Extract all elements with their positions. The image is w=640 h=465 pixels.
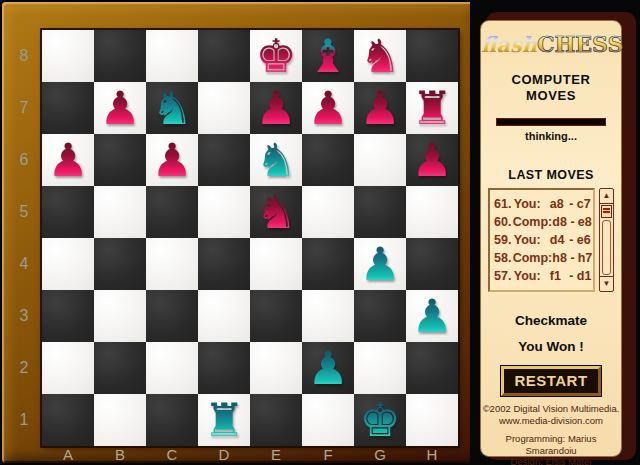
square-a3[interactable] [42, 290, 94, 342]
flashchess-app: 87654321 ♚♝♞♟♞♟♟♟♜♟♟♞♟♞♟♟♟♜♚ ABCDEFGH fl… [0, 0, 640, 465]
sidebar: flashCHESS COMPUTER MOVES thinking... LA… [470, 0, 640, 465]
chess-board-frame: 87654321 ♚♝♞♟♞♟♟♟♜♟♟♞♟♞♟♟♟♜♚ ABCDEFGH [2, 2, 480, 463]
square-c6[interactable]: ♟ [146, 134, 198, 186]
square-g7[interactable]: ♟ [354, 82, 406, 134]
square-f7[interactable]: ♟ [302, 82, 354, 134]
game-result: Checkmate You Won ! [481, 308, 621, 360]
scroll-up-button[interactable]: ▲ [600, 189, 613, 204]
move-cell-mn: 59. [494, 231, 514, 249]
square-e7[interactable]: ♟ [250, 82, 302, 134]
move-cell-ms: Comp: [513, 249, 553, 267]
piece-teal-king[interactable]: ♚ [359, 397, 400, 443]
piece-teal-pawn[interactable]: ♟ [411, 293, 452, 339]
piece-pink-pawn[interactable]: ♟ [47, 137, 88, 183]
file-label-b: B [94, 445, 146, 463]
move-list: 61.You:a8-c760.Comp:d8-e859.You:d4-e658.… [488, 188, 595, 292]
square-c2[interactable] [146, 342, 198, 394]
piece-teal-rook[interactable]: ♜ [203, 397, 244, 443]
piece-pink-knight[interactable]: ♞ [255, 189, 296, 235]
square-f8[interactable]: ♝ [302, 30, 354, 82]
move-cell-mt: h7 [578, 249, 593, 267]
move-cell-mn: 60. [494, 213, 513, 231]
move-cell-mf: f1 [550, 267, 566, 285]
piece-pink-pawn[interactable]: ♟ [99, 85, 140, 131]
square-f4[interactable] [302, 238, 354, 290]
square-e6[interactable]: ♞ [250, 134, 302, 186]
square-h4[interactable] [406, 238, 458, 290]
move-cell-mt: e6 [577, 231, 593, 249]
square-b7[interactable]: ♟ [94, 82, 146, 134]
square-h5[interactable] [406, 186, 458, 238]
rank-label-8: 8 [7, 30, 41, 82]
file-label-g: G [354, 445, 406, 463]
square-f5[interactable] [302, 186, 354, 238]
move-row[interactable]: 59.You:d4-e6 [494, 231, 593, 249]
square-b1[interactable] [94, 394, 146, 446]
square-f2[interactable]: ♟ [302, 342, 354, 394]
square-h8[interactable] [406, 30, 458, 82]
file-labels: ABCDEFGH [42, 445, 458, 463]
square-d2[interactable] [198, 342, 250, 394]
result-you-won: You Won ! [481, 334, 621, 360]
square-g3[interactable] [354, 290, 406, 342]
chess-board: ♚♝♞♟♞♟♟♟♜♟♟♞♟♞♟♟♟♜♚ [42, 30, 458, 446]
square-f6[interactable] [302, 134, 354, 186]
rank-label-3: 3 [7, 290, 41, 342]
programming-credit: Programming: Marius Smarandoiu [481, 433, 621, 456]
scrollbar-thumb[interactable] [601, 205, 612, 218]
move-cell-mt: e8 [578, 213, 593, 231]
rank-label-4: 4 [7, 238, 41, 290]
copyright-line: ©2002 Digital Vision Multimedia. [481, 403, 621, 415]
move-cell-md: - [566, 231, 577, 249]
square-c8[interactable] [146, 30, 198, 82]
moves-area: 61.You:a8-c760.Comp:d8-e859.You:d4-e658.… [481, 188, 621, 292]
credits-authors: Programming: Marius Smarandoiu Design: E… [481, 433, 621, 465]
rank-label-6: 6 [7, 134, 41, 186]
move-cell-ms: You: [514, 195, 550, 213]
move-cell-md: - [566, 195, 577, 213]
square-d5[interactable] [198, 186, 250, 238]
move-cell-md: - [566, 267, 577, 285]
square-c1[interactable] [146, 394, 198, 446]
square-g6[interactable] [354, 134, 406, 186]
piece-pink-king[interactable]: ♚ [255, 33, 296, 79]
square-a8[interactable] [42, 30, 94, 82]
move-row[interactable]: 61.You:a8-c7 [494, 195, 593, 213]
square-f3[interactable] [302, 290, 354, 342]
square-a2[interactable] [42, 342, 94, 394]
square-a5[interactable] [42, 186, 94, 238]
square-c7[interactable]: ♞ [146, 82, 198, 134]
square-e5[interactable]: ♞ [250, 186, 302, 238]
rank-label-7: 7 [7, 82, 41, 134]
square-g5[interactable] [354, 186, 406, 238]
move-cell-mn: 61. [494, 195, 514, 213]
move-cell-mn: 58. [494, 249, 513, 267]
rank-label-5: 5 [7, 186, 41, 238]
square-d1[interactable]: ♜ [198, 394, 250, 446]
rank-label-2: 2 [7, 342, 41, 394]
square-b4[interactable] [94, 238, 146, 290]
square-c4[interactable] [146, 238, 198, 290]
move-cell-md: - [568, 213, 578, 231]
square-h2[interactable] [406, 342, 458, 394]
piece-pink-pawn[interactable]: ♟ [151, 137, 192, 183]
move-cell-mf: h8 [552, 249, 567, 267]
square-a1[interactable] [42, 394, 94, 446]
result-checkmate: Checkmate [481, 308, 621, 334]
square-e3[interactable] [250, 290, 302, 342]
file-label-d: D [198, 445, 250, 463]
move-cell-mf: d8 [552, 213, 567, 231]
scrollbar-track[interactable] [602, 220, 611, 275]
scroll-down-button[interactable]: ▼ [600, 276, 613, 291]
thinking-progress-bar [496, 118, 606, 126]
square-a6[interactable]: ♟ [42, 134, 94, 186]
square-d7[interactable] [198, 82, 250, 134]
thinking-status: thinking... [481, 130, 621, 142]
computer-moves-line2: MOVES [481, 88, 621, 104]
piece-pink-pawn[interactable]: ♟ [307, 85, 348, 131]
move-row[interactable]: 58.Comp:h8-h7 [494, 249, 593, 267]
file-label-c: C [146, 445, 198, 463]
restart-button[interactable]: RESTART [501, 366, 600, 396]
logo-flash-text: flash [481, 32, 537, 57]
square-g2[interactable] [354, 342, 406, 394]
website-link[interactable]: www.media-division.com [481, 415, 621, 427]
square-e2[interactable] [250, 342, 302, 394]
computer-moves-heading: COMPUTER MOVES [481, 72, 621, 104]
piece-mixed-bishop[interactable]: ♝ [307, 33, 348, 79]
square-d4[interactable] [198, 238, 250, 290]
arrow-up-icon: ▲ [603, 192, 611, 200]
move-cell-mn: 57. [494, 267, 514, 285]
move-cell-mf: d4 [550, 231, 566, 249]
square-h6[interactable]: ♟ [406, 134, 458, 186]
credits-copyright: ©2002 Digital Vision Multimedia. www.med… [481, 403, 621, 426]
square-e1[interactable] [250, 394, 302, 446]
piece-pink-pawn[interactable]: ♟ [411, 137, 452, 183]
square-e4[interactable] [250, 238, 302, 290]
move-row[interactable]: 57.You:f1-d1 [494, 267, 593, 285]
square-f1[interactable] [302, 394, 354, 446]
rank-label-1: 1 [7, 394, 41, 446]
file-label-f: F [302, 445, 354, 463]
piece-teal-pawn[interactable]: ♟ [359, 241, 400, 287]
square-h1[interactable] [406, 394, 458, 446]
piece-pink-pawn[interactable]: ♟ [359, 85, 400, 131]
piece-teal-knight[interactable]: ♞ [255, 137, 296, 183]
square-b2[interactable] [94, 342, 146, 394]
file-label-h: H [406, 445, 458, 463]
square-h3[interactable]: ♟ [406, 290, 458, 342]
computer-moves-line1: COMPUTER [481, 72, 621, 88]
piece-pink-rook[interactable]: ♜ [411, 85, 452, 131]
square-a4[interactable] [42, 238, 94, 290]
square-e8[interactable]: ♚ [250, 30, 302, 82]
arrow-down-icon: ▼ [603, 280, 611, 288]
piece-pink-pawn[interactable]: ♟ [255, 85, 296, 131]
move-cell-mf: a8 [550, 195, 566, 213]
flashchess-logo: flashCHESS [481, 31, 621, 58]
logo-chess-text: CHESS [537, 31, 623, 57]
move-cell-mt: c7 [577, 195, 593, 213]
side-panel: flashCHESS COMPUTER MOVES thinking... LA… [480, 20, 622, 457]
square-c3[interactable] [146, 290, 198, 342]
piece-pink-knight[interactable]: ♞ [359, 33, 400, 79]
move-cell-ms: You: [514, 231, 550, 249]
square-d6[interactable] [198, 134, 250, 186]
move-cell-ms: Comp: [513, 213, 553, 231]
square-b6[interactable] [94, 134, 146, 186]
square-a7[interactable] [42, 82, 94, 134]
file-label-a: A [42, 445, 94, 463]
square-g4[interactable]: ♟ [354, 238, 406, 290]
move-cell-mt: d1 [577, 267, 593, 285]
square-b8[interactable] [94, 30, 146, 82]
move-row[interactable]: 60.Comp:d8-e8 [494, 213, 593, 231]
square-b3[interactable] [94, 290, 146, 342]
move-list-scrollbar[interactable]: ▲ ▼ [599, 188, 614, 292]
design-credit: Design: Elsis Matei [481, 456, 621, 465]
piece-teal-knight[interactable]: ♞ [151, 85, 192, 131]
piece-teal-pawn[interactable]: ♟ [307, 345, 348, 391]
file-label-e: E [250, 445, 302, 463]
move-cell-ms: You: [514, 267, 550, 285]
square-b5[interactable] [94, 186, 146, 238]
rank-labels: 87654321 [7, 30, 41, 446]
square-g8[interactable]: ♞ [354, 30, 406, 82]
square-c5[interactable] [146, 186, 198, 238]
square-d8[interactable] [198, 30, 250, 82]
square-d3[interactable] [198, 290, 250, 342]
square-g1[interactable]: ♚ [354, 394, 406, 446]
last-moves-heading: LAST MOVES [481, 168, 621, 182]
square-h7[interactable]: ♜ [406, 82, 458, 134]
move-cell-md: - [568, 249, 578, 267]
